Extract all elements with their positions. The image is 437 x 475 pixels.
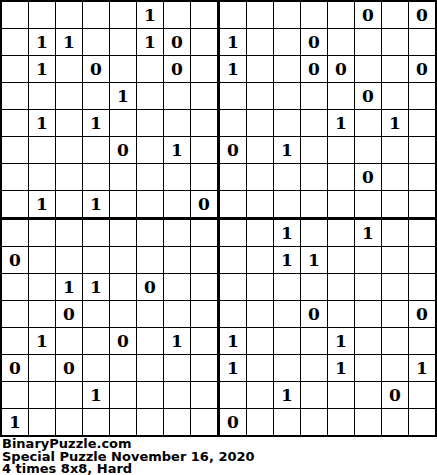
cell-r14c7[interactable] [164,355,191,382]
cell-r15c12[interactable] [301,382,328,409]
cell-r10c13[interactable] [328,247,355,274]
cell-r9c15[interactable] [382,220,409,247]
cell-r4c12[interactable] [301,83,328,110]
cell-r15c9[interactable] [220,382,247,409]
cell-r3c6[interactable] [137,56,164,83]
cell-r10c15[interactable] [382,247,409,274]
cell-r9c6[interactable] [137,220,164,247]
cell-r8c7[interactable] [164,191,191,220]
cell-r5c1[interactable] [2,110,29,137]
cell-r15c2[interactable] [29,382,56,409]
cell-r1c3[interactable] [56,2,83,29]
cell-r16c2[interactable] [29,409,56,435]
cell-r11c6: 0 [137,274,164,301]
cell-r2c16[interactable] [409,29,435,56]
cell-r2c4[interactable] [83,29,110,56]
cell-r16c12[interactable] [301,409,328,435]
cell-r3c15[interactable] [382,56,409,83]
cell-r15c6[interactable] [137,382,164,409]
cell-r11c1[interactable] [2,274,29,301]
cell-r5c10[interactable] [247,110,274,137]
cell-r5c8[interactable] [191,110,220,137]
cell-r7c14: 0 [355,164,382,191]
cell-r1c6: 1 [137,2,164,29]
cell-r11c2[interactable] [29,274,56,301]
cell-r4c3[interactable] [56,83,83,110]
cell-r7c13[interactable] [328,164,355,191]
cell-r12c16: 0 [409,301,435,328]
cell-r6c8[interactable] [191,137,220,164]
cell-r5c9[interactable] [220,110,247,137]
cell-r8c12[interactable] [301,191,328,220]
cell-r2c7: 0 [164,29,191,56]
cell-r13c7: 1 [164,328,191,355]
cell-r16c13[interactable] [328,409,355,435]
cell-r8c10[interactable] [247,191,274,220]
cell-r7c2[interactable] [29,164,56,191]
cell-r7c1[interactable] [2,164,29,191]
cell-r14c2[interactable] [29,355,56,382]
cell-r1c7[interactable] [164,2,191,29]
cell-r1c13[interactable] [328,2,355,29]
cell-r2c2: 1 [29,29,56,56]
cell-r13c8[interactable] [191,328,220,355]
binary-puzzle-board: 1001110101001000101111010101101101111000… [0,0,437,437]
cell-r14c16: 1 [409,355,435,382]
cell-r14c15[interactable] [382,355,409,382]
cell-r5c11[interactable] [274,110,301,137]
cell-r1c9[interactable] [220,2,247,29]
cell-r5c12[interactable] [301,110,328,137]
cell-r7c12[interactable] [301,164,328,191]
cell-r3c1[interactable] [2,56,29,83]
cell-r4c11[interactable] [274,83,301,110]
cell-r11c13[interactable] [328,274,355,301]
cell-r3c2: 1 [29,56,56,83]
cell-r6c9: 0 [220,137,247,164]
cell-r15c15: 0 [382,382,409,409]
cell-r11c15[interactable] [382,274,409,301]
cell-r5c3[interactable] [56,110,83,137]
cell-r8c11[interactable] [274,191,301,220]
cell-r3c5[interactable] [110,56,137,83]
cell-r13c11[interactable] [274,328,301,355]
cell-r14c10[interactable] [247,355,274,382]
footer: BinaryPuzzle.com Special Puzzle November… [0,437,437,475]
cell-r1c12[interactable] [301,2,328,29]
cell-r12c15[interactable] [382,301,409,328]
cell-r16c1: 1 [2,409,29,435]
cell-r14c3: 0 [56,355,83,382]
cell-r8c3[interactable] [56,191,83,220]
cell-r3c9: 1 [220,56,247,83]
cell-r10c7[interactable] [164,247,191,274]
cell-r1c15[interactable] [382,2,409,29]
cell-r12c1[interactable] [2,301,29,328]
cell-r13c16[interactable] [409,328,435,355]
cell-r2c15[interactable] [382,29,409,56]
cell-r15c7[interactable] [164,382,191,409]
cell-r4c4[interactable] [83,83,110,110]
cell-r8c15[interactable] [382,191,409,220]
cell-r13c4[interactable] [83,328,110,355]
cell-r7c6[interactable] [137,164,164,191]
cell-r15c16[interactable] [409,382,435,409]
cell-r13c12[interactable] [301,328,328,355]
cell-r5c7[interactable] [164,110,191,137]
cell-r13c3[interactable] [56,328,83,355]
cell-r2c13[interactable] [328,29,355,56]
cell-r14c14[interactable] [355,355,382,382]
cell-r6c7: 1 [164,137,191,164]
cell-r1c5[interactable] [110,2,137,29]
cell-r8c5[interactable] [110,191,137,220]
cell-r4c15[interactable] [382,83,409,110]
cell-r12c4[interactable] [83,301,110,328]
cell-r4c2[interactable] [29,83,56,110]
cell-r6c3[interactable] [56,137,83,164]
cell-r7c4[interactable] [83,164,110,191]
cell-r12c2[interactable] [29,301,56,328]
cell-r12c12: 0 [301,301,328,328]
cell-r7c7[interactable] [164,164,191,191]
cell-r2c6: 1 [137,29,164,56]
cell-r8c13[interactable] [328,191,355,220]
cell-r4c14: 0 [355,83,382,110]
cell-r2c8[interactable] [191,29,220,56]
cell-r4c1[interactable] [2,83,29,110]
cell-r8c4: 1 [83,191,110,220]
cell-r9c12[interactable] [301,220,328,247]
cell-r10c8[interactable] [191,247,220,274]
cell-r9c8[interactable] [191,220,220,247]
cell-r13c13: 1 [328,328,355,355]
cell-r15c4: 1 [83,382,110,409]
cell-r3c3[interactable] [56,56,83,83]
cell-r14c5[interactable] [110,355,137,382]
cell-r10c11: 1 [274,247,301,274]
cell-r9c13[interactable] [328,220,355,247]
cell-r4c10[interactable] [247,83,274,110]
cell-r11c4: 1 [83,274,110,301]
cell-r16c6[interactable] [137,409,164,435]
cell-r13c5: 0 [110,328,137,355]
cell-r2c11[interactable] [274,29,301,56]
cell-r11c10[interactable] [247,274,274,301]
cell-r6c6[interactable] [137,137,164,164]
cell-r11c16[interactable] [409,274,435,301]
puzzle-spec: 4 times 8x8, Hard [2,463,437,475]
cell-r10c2[interactable] [29,247,56,274]
cell-r14c12[interactable] [301,355,328,382]
cell-r6c1[interactable] [2,137,29,164]
cell-r11c12[interactable] [301,274,328,301]
cell-r2c10[interactable] [247,29,274,56]
cell-r12c3: 0 [56,301,83,328]
cell-r11c9[interactable] [220,274,247,301]
cell-r14c4[interactable] [83,355,110,382]
cell-r8c14[interactable] [355,191,382,220]
cell-r6c10[interactable] [247,137,274,164]
cell-r9c7[interactable] [164,220,191,247]
cell-r2c1[interactable] [2,29,29,56]
cell-r16c3[interactable] [56,409,83,435]
cell-r13c6[interactable] [137,328,164,355]
cell-r14c8[interactable] [191,355,220,382]
cell-r14c11[interactable] [274,355,301,382]
cell-r13c1[interactable] [2,328,29,355]
cell-r10c4[interactable] [83,247,110,274]
cell-r8c2: 1 [29,191,56,220]
cell-r4c9[interactable] [220,83,247,110]
cell-r12c5[interactable] [110,301,137,328]
cell-r10c6[interactable] [137,247,164,274]
cell-r16c16[interactable] [409,409,435,435]
cell-r11c8[interactable] [191,274,220,301]
cell-r3c12: 0 [301,56,328,83]
cell-r16c7[interactable] [164,409,191,435]
cell-r15c3[interactable] [56,382,83,409]
cell-r3c11[interactable] [274,56,301,83]
cell-r4c13[interactable] [328,83,355,110]
cell-r4c8[interactable] [191,83,220,110]
cell-r16c9: 0 [220,409,247,435]
cell-r5c6[interactable] [137,110,164,137]
cell-r7c10[interactable] [247,164,274,191]
cell-r7c5[interactable] [110,164,137,191]
cell-r11c7[interactable] [164,274,191,301]
cell-r11c11[interactable] [274,274,301,301]
cell-r10c5[interactable] [110,247,137,274]
cell-r9c11: 1 [274,220,301,247]
cell-r12c6[interactable] [137,301,164,328]
cell-r16c15[interactable] [382,409,409,435]
cell-r14c1: 0 [2,355,29,382]
cell-r10c3[interactable] [56,247,83,274]
cell-r10c10[interactable] [247,247,274,274]
cell-r15c8[interactable] [191,382,220,409]
cell-r16c5[interactable] [110,409,137,435]
cell-r13c15[interactable] [382,328,409,355]
cell-r8c6[interactable] [137,191,164,220]
cell-r14c9: 1 [220,355,247,382]
cell-r3c7: 0 [164,56,191,83]
cell-r4c5: 1 [110,83,137,110]
cell-r5c5[interactable] [110,110,137,137]
cell-r12c11[interactable] [274,301,301,328]
cell-r6c4[interactable] [83,137,110,164]
cell-r4c6[interactable] [137,83,164,110]
cell-r12c8[interactable] [191,301,220,328]
cell-r6c12[interactable] [301,137,328,164]
cell-r16c10[interactable] [247,409,274,435]
cell-r16c4[interactable] [83,409,110,435]
cell-r1c4[interactable] [83,2,110,29]
cell-r15c10[interactable] [247,382,274,409]
cell-r12c7[interactable] [164,301,191,328]
cell-r11c3: 1 [56,274,83,301]
cell-r5c4: 1 [83,110,110,137]
cell-r13c9: 1 [220,328,247,355]
cell-r9c9[interactable] [220,220,247,247]
cell-r2c12: 0 [301,29,328,56]
cell-r7c16[interactable] [409,164,435,191]
cell-r2c9: 1 [220,29,247,56]
cell-r15c1[interactable] [2,382,29,409]
cell-r5c16[interactable] [409,110,435,137]
cell-r10c14[interactable] [355,247,382,274]
cell-r9c2[interactable] [29,220,56,247]
cell-r1c11[interactable] [274,2,301,29]
cell-r3c10[interactable] [247,56,274,83]
cell-r14c13: 1 [328,355,355,382]
cell-r1c1[interactable] [2,2,29,29]
cell-r1c10[interactable] [247,2,274,29]
cell-r15c11: 1 [274,382,301,409]
cell-r7c8[interactable] [191,164,220,191]
cell-r16c14[interactable] [355,409,382,435]
cell-r10c1: 0 [2,247,29,274]
cell-r9c10[interactable] [247,220,274,247]
cell-r2c14[interactable] [355,29,382,56]
cell-r12c10[interactable] [247,301,274,328]
cell-r4c16[interactable] [409,83,435,110]
cell-r2c5[interactable] [110,29,137,56]
cell-r6c16[interactable] [409,137,435,164]
cell-r10c16[interactable] [409,247,435,274]
cell-r7c3[interactable] [56,164,83,191]
cell-r4c7[interactable] [164,83,191,110]
cell-r3c16: 0 [409,56,435,83]
cell-r6c15[interactable] [382,137,409,164]
cell-r13c10[interactable] [247,328,274,355]
cell-r15c13[interactable] [328,382,355,409]
cell-r13c14[interactable] [355,328,382,355]
cell-r3c8[interactable] [191,56,220,83]
cell-r3c14[interactable] [355,56,382,83]
cell-r9c5[interactable] [110,220,137,247]
cell-r7c9[interactable] [220,164,247,191]
cell-r15c5[interactable] [110,382,137,409]
cell-r10c9[interactable] [220,247,247,274]
cell-r6c14[interactable] [355,137,382,164]
cell-r1c8[interactable] [191,2,220,29]
cell-r14c6[interactable] [137,355,164,382]
cell-r9c16[interactable] [409,220,435,247]
cell-r6c2[interactable] [29,137,56,164]
cell-r7c11[interactable] [274,164,301,191]
cell-r16c11[interactable] [274,409,301,435]
cell-r3c13: 0 [328,56,355,83]
cell-r11c14[interactable] [355,274,382,301]
cell-r13c2: 1 [29,328,56,355]
cell-r8c9[interactable] [220,191,247,220]
cell-r7c15[interactable] [382,164,409,191]
cell-r11c5[interactable] [110,274,137,301]
cell-r1c14: 0 [355,2,382,29]
cell-r1c16: 0 [409,2,435,29]
cell-r9c1[interactable] [2,220,29,247]
cell-r5c2: 1 [29,110,56,137]
cell-r12c9[interactable] [220,301,247,328]
cell-r8c16[interactable] [409,191,435,220]
cell-r5c13: 1 [328,110,355,137]
cell-r9c14: 1 [355,220,382,247]
cell-r5c14[interactable] [355,110,382,137]
cell-r6c5: 0 [110,137,137,164]
cell-r16c8[interactable] [191,409,220,435]
cell-r9c4[interactable] [83,220,110,247]
cell-r6c13[interactable] [328,137,355,164]
cell-r12c14[interactable] [355,301,382,328]
cell-r5c15: 1 [382,110,409,137]
cell-r8c1[interactable] [2,191,29,220]
cell-r6c11: 1 [274,137,301,164]
cell-r9c3[interactable] [56,220,83,247]
cell-r8c8: 0 [191,191,220,220]
cell-r2c3: 1 [56,29,83,56]
cell-r15c14[interactable] [355,382,382,409]
cell-r12c13[interactable] [328,301,355,328]
cell-r10c12: 1 [301,247,328,274]
cell-r3c4: 0 [83,56,110,83]
cell-r1c2[interactable] [29,2,56,29]
